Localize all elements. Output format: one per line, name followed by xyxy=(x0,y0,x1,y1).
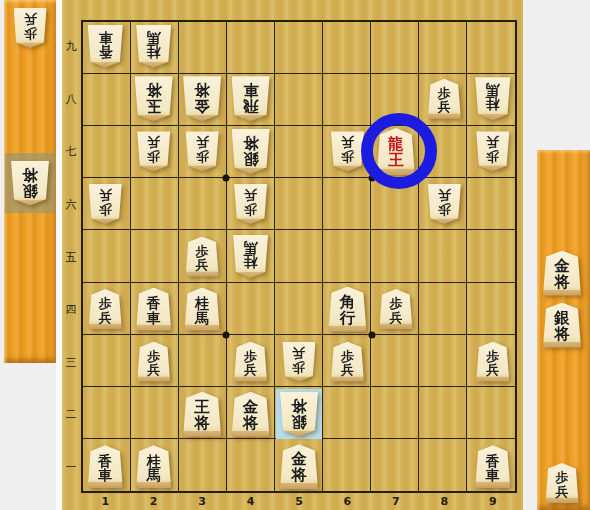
piece-body: 銀将 xyxy=(11,161,49,206)
piece-body: 金将 xyxy=(232,392,270,437)
file-label: 3 xyxy=(192,495,212,508)
board-square[interactable] xyxy=(323,74,371,126)
board-square[interactable] xyxy=(467,387,515,439)
board-square[interactable] xyxy=(275,74,323,126)
shogi-piece[interactable]: 銀将 xyxy=(232,129,270,174)
piece-body: 金将 xyxy=(280,444,318,489)
shogi-piece[interactable]: 角行 xyxy=(328,287,366,332)
board-square[interactable] xyxy=(275,178,323,230)
file-label: 1 xyxy=(95,495,115,508)
board-square[interactable] xyxy=(467,283,515,335)
shogi-piece[interactable]: 金将 xyxy=(280,444,318,489)
piece-kanji: 歩兵 xyxy=(186,237,219,277)
piece-kanji: 王将 xyxy=(183,392,221,437)
rank-label: 八 xyxy=(62,91,80,106)
piece-body: 香車 xyxy=(136,288,171,331)
piece-body: 歩兵 xyxy=(476,342,509,382)
piece-body: 桂馬 xyxy=(185,288,220,331)
shogi-piece[interactable]: 歩兵 xyxy=(428,79,461,119)
piece-kanji: 歩兵 xyxy=(89,289,122,329)
rank-label: 四 xyxy=(62,302,80,317)
rank-label: 一 xyxy=(62,459,80,474)
board-square[interactable] xyxy=(467,230,515,282)
board-square[interactable] xyxy=(323,22,371,74)
piece-body: 歩兵 xyxy=(234,184,267,224)
piece-body: 歩兵 xyxy=(186,237,219,277)
piece-body: 歩兵 xyxy=(476,131,509,171)
shogi-piece[interactable]: 飛車 xyxy=(232,76,270,121)
piece-body: 歩兵 xyxy=(234,342,267,382)
shogi-piece[interactable]: 歩兵 xyxy=(14,8,47,48)
rank-label: 五 xyxy=(62,249,80,264)
rank-label: 二 xyxy=(62,407,80,422)
piece-body: 銀将 xyxy=(280,392,318,437)
piece-body: 桂馬 xyxy=(475,77,510,120)
piece-kanji: 歩兵 xyxy=(186,131,219,171)
rank-label: 六 xyxy=(62,196,80,211)
rank-label: 九 xyxy=(62,39,80,54)
board-square[interactable] xyxy=(371,387,419,439)
piece-body: 歩兵 xyxy=(186,131,219,171)
shogi-piece[interactable]: 歩兵 xyxy=(234,342,267,382)
piece-kanji: 歩兵 xyxy=(137,342,170,382)
board-square[interactable] xyxy=(83,335,131,387)
board-square[interactable] xyxy=(323,230,371,282)
piece-kanji: 歩兵 xyxy=(89,184,122,224)
piece-body: 飛車 xyxy=(232,76,270,121)
piece-body: 歩兵 xyxy=(89,289,122,329)
piece-body: 歩兵 xyxy=(331,342,364,382)
piece-kanji: 歩兵 xyxy=(331,131,364,171)
board-square[interactable] xyxy=(131,387,179,439)
file-label: 2 xyxy=(144,495,164,508)
board-square[interactable] xyxy=(179,178,227,230)
piece-kanji: 玉将 xyxy=(135,76,173,121)
piece-body: 香車 xyxy=(88,25,123,68)
shogi-piece[interactable]: 歩兵 xyxy=(428,184,461,224)
star-point xyxy=(223,332,230,339)
piece-kanji: 香車 xyxy=(88,445,123,488)
piece-kanji: 歩兵 xyxy=(234,342,267,382)
board-square[interactable] xyxy=(83,230,131,282)
shogi-piece[interactable]: 歩兵 xyxy=(379,289,412,329)
board-square[interactable] xyxy=(323,439,371,491)
shogi-piece[interactable]: 王将 xyxy=(183,392,221,437)
shogi-piece[interactable]: 桂馬 xyxy=(136,25,171,68)
piece-body: 桂馬 xyxy=(136,25,171,68)
shogi-piece[interactable]: 銀将 xyxy=(280,392,318,437)
piece-body: 歩兵 xyxy=(379,289,412,329)
piece-kanji: 香車 xyxy=(136,288,171,331)
piece-kanji: 金将 xyxy=(232,392,270,437)
board-square[interactable] xyxy=(419,283,467,335)
shogi-piece[interactable]: 歩兵 xyxy=(89,289,122,329)
shogi-piece[interactable]: 歩兵 xyxy=(234,184,267,224)
board-square[interactable] xyxy=(371,230,419,282)
board-square[interactable] xyxy=(275,283,323,335)
piece-kanji: 銀将 xyxy=(543,303,581,348)
board-square[interactable] xyxy=(179,335,227,387)
shogi-piece[interactable]: 歩兵 xyxy=(89,184,122,224)
shogi-piece[interactable]: 金将 xyxy=(543,251,581,296)
piece-body: 歩兵 xyxy=(546,463,579,503)
piece-kanji: 歩兵 xyxy=(428,184,461,224)
board-square[interactable] xyxy=(227,283,275,335)
board-square[interactable] xyxy=(419,335,467,387)
piece-body: 香車 xyxy=(475,445,510,488)
board-square[interactable] xyxy=(323,178,371,230)
shogi-piece[interactable]: 香車 xyxy=(88,25,123,68)
shogi-piece[interactable]: 歩兵 xyxy=(331,342,364,382)
file-label: 4 xyxy=(241,495,261,508)
board-square[interactable] xyxy=(419,387,467,439)
shogi-piece[interactable]: 香車 xyxy=(88,445,123,488)
file-label: 6 xyxy=(337,495,357,508)
piece-body: 歩兵 xyxy=(428,184,461,224)
board-square[interactable] xyxy=(227,22,275,74)
piece-body: 香車 xyxy=(88,445,123,488)
piece-body: 桂馬 xyxy=(136,445,171,488)
shogi-piece[interactable]: 香車 xyxy=(136,288,171,331)
piece-body: 銀将 xyxy=(543,303,581,348)
piece-body: 桂馬 xyxy=(233,235,268,278)
rank-label: 三 xyxy=(62,354,80,369)
board-square[interactable] xyxy=(467,178,515,230)
board-square[interactable] xyxy=(419,439,467,491)
board-square[interactable] xyxy=(275,230,323,282)
piece-kanji: 桂馬 xyxy=(136,445,171,488)
piece-kanji: 銀将 xyxy=(11,161,49,206)
piece-kanji: 金将 xyxy=(280,444,318,489)
piece-body: 歩兵 xyxy=(282,342,315,382)
piece-kanji: 歩兵 xyxy=(476,131,509,171)
piece-kanji: 銀将 xyxy=(232,129,270,174)
shogi-piece[interactable]: 銀将 xyxy=(11,161,49,206)
board-square[interactable] xyxy=(83,126,131,178)
piece-body: 角行 xyxy=(328,287,366,332)
shogi-piece[interactable]: 歩兵 xyxy=(137,342,170,382)
piece-kanji: 歩兵 xyxy=(14,8,47,48)
piece-kanji: 歩兵 xyxy=(331,342,364,382)
shogi-piece[interactable]: 歩兵 xyxy=(137,131,170,171)
board-square[interactable] xyxy=(371,335,419,387)
shogi-piece[interactable]: 歩兵 xyxy=(546,463,579,503)
shogi-piece[interactable]: 銀将 xyxy=(543,303,581,348)
piece-kanji: 角行 xyxy=(328,287,366,332)
board-square[interactable] xyxy=(83,387,131,439)
piece-kanji: 桂馬 xyxy=(475,77,510,120)
board-square[interactable] xyxy=(419,230,467,282)
shogi-piece[interactable]: 歩兵 xyxy=(282,342,315,382)
piece-body: 歩兵 xyxy=(428,79,461,119)
file-label: 8 xyxy=(434,495,454,508)
piece-body: 歩兵 xyxy=(137,342,170,382)
piece-kanji: 香車 xyxy=(88,25,123,68)
file-label: 7 xyxy=(386,495,406,508)
board-square[interactable] xyxy=(83,74,131,126)
piece-body: 歩兵 xyxy=(14,8,47,48)
board-square[interactable] xyxy=(275,126,323,178)
piece-kanji: 桂馬 xyxy=(136,25,171,68)
piece-kanji: 歩兵 xyxy=(234,184,267,224)
piece-body: 玉将 xyxy=(135,76,173,121)
piece-body: 王将 xyxy=(183,392,221,437)
shogi-piece[interactable]: 香車 xyxy=(475,445,510,488)
shogi-piece[interactable]: 歩兵 xyxy=(186,237,219,277)
piece-kanji: 金将 xyxy=(183,76,221,121)
shogi-piece[interactable]: 歩兵 xyxy=(476,342,509,382)
board-square[interactable] xyxy=(371,439,419,491)
piece-kanji: 銀将 xyxy=(280,392,318,437)
piece-body: 金将 xyxy=(183,76,221,121)
shogi-piece[interactable]: 桂馬 xyxy=(136,445,171,488)
shogi-piece[interactable]: 金将 xyxy=(183,76,221,121)
piece-kanji: 桂馬 xyxy=(233,235,268,278)
board-square[interactable] xyxy=(323,387,371,439)
piece-body: 歩兵 xyxy=(331,131,364,171)
piece-kanji: 歩兵 xyxy=(379,289,412,329)
file-label: 5 xyxy=(289,495,309,508)
board-square[interactable] xyxy=(419,22,467,74)
shogi-piece[interactable]: 歩兵 xyxy=(476,131,509,171)
piece-kanji: 桂馬 xyxy=(185,288,220,331)
board-square[interactable] xyxy=(131,178,179,230)
piece-body: 金将 xyxy=(543,251,581,296)
piece-kanji: 飛車 xyxy=(232,76,270,121)
shogi-piece[interactable]: 玉将 xyxy=(135,76,173,121)
piece-kanji: 香車 xyxy=(475,445,510,488)
piece-body: 歩兵 xyxy=(137,131,170,171)
shogi-piece[interactable]: 歩兵 xyxy=(186,131,219,171)
board-square[interactable] xyxy=(131,230,179,282)
piece-body: 歩兵 xyxy=(89,184,122,224)
shogi-piece[interactable]: 桂馬 xyxy=(185,288,220,331)
star-point xyxy=(223,174,230,181)
shogi-piece[interactable]: 桂馬 xyxy=(233,235,268,278)
piece-kanji: 歩兵 xyxy=(476,342,509,382)
piece-kanji: 歩兵 xyxy=(428,79,461,119)
board-square[interactable] xyxy=(179,439,227,491)
shogi-piece[interactable]: 桂馬 xyxy=(475,77,510,120)
board-square[interactable] xyxy=(275,22,323,74)
piece-kanji: 金将 xyxy=(543,251,581,296)
rank-label: 七 xyxy=(62,144,80,159)
piece-body: 銀将 xyxy=(232,129,270,174)
file-label: 9 xyxy=(483,495,503,508)
circle-annotation xyxy=(361,113,437,189)
piece-kanji: 歩兵 xyxy=(546,463,579,503)
shogi-piece[interactable]: 金将 xyxy=(232,392,270,437)
piece-kanji: 歩兵 xyxy=(282,342,315,382)
piece-kanji: 歩兵 xyxy=(137,131,170,171)
board-square[interactable] xyxy=(179,22,227,74)
shogi-app: 九八七六五四三二一123456789 香車桂馬玉将金将飛車歩兵桂馬歩兵歩兵銀将歩… xyxy=(0,0,590,510)
board-square[interactable] xyxy=(467,22,515,74)
shogi-piece[interactable]: 歩兵 xyxy=(331,131,364,171)
board-square[interactable] xyxy=(371,22,419,74)
board-square[interactable] xyxy=(227,439,275,491)
star-point xyxy=(368,332,375,339)
